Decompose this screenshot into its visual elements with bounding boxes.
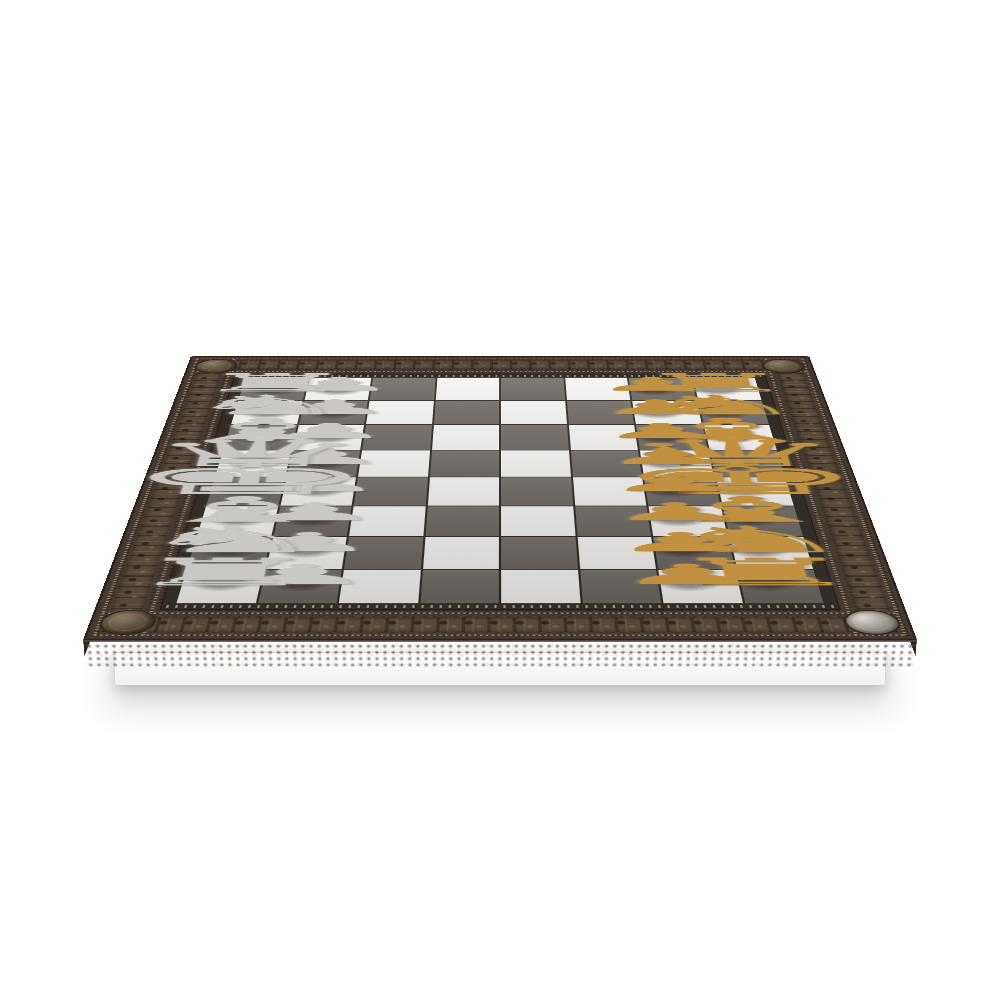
inner-bead-border-bottom xyxy=(102,612,898,614)
square-c5 xyxy=(501,425,568,450)
square-h3 xyxy=(339,569,421,603)
square-g5 xyxy=(501,537,577,569)
square-c4 xyxy=(432,425,499,450)
square-g4 xyxy=(423,537,499,569)
square-h1 xyxy=(176,569,263,603)
square-h8 xyxy=(737,569,824,603)
square-h7 xyxy=(658,569,742,603)
square-b5 xyxy=(501,401,567,424)
relief-frieze-front xyxy=(102,618,898,633)
square-d5 xyxy=(501,450,570,476)
square-e5 xyxy=(501,477,573,505)
square-a4 xyxy=(435,378,499,400)
square-h5 xyxy=(501,569,580,603)
outer-bead-border-top xyxy=(197,358,803,359)
square-h2 xyxy=(258,569,342,603)
square-d4 xyxy=(430,450,499,476)
product-photo: ♜♞♝♛♚♝♞♜♟♟♟♟♟♟♟♟♟♟♟♟♟♟♟♟♜♞♝♛♚♝♞♜ xyxy=(0,0,1000,1000)
square-a5 xyxy=(501,378,565,400)
outer-bead-border-bottom xyxy=(94,634,906,636)
square-h4 xyxy=(420,569,499,603)
greek-inscription-band-front xyxy=(166,605,834,608)
board-front-edge xyxy=(83,640,917,667)
square-f5 xyxy=(501,506,575,536)
square-f3 xyxy=(349,506,425,536)
square-h6 xyxy=(580,569,662,603)
chess-scene: ♜♞♝♛♚♝♞♜♟♟♟♟♟♟♟♟♟♟♟♟♟♟♟♟♜♞♝♛♚♝♞♜ xyxy=(0,0,1000,1000)
square-f6 xyxy=(575,506,651,536)
square-e4 xyxy=(427,477,499,505)
square-g3 xyxy=(344,537,423,569)
chess-board: ♜♞♝♛♚♝♞♜♟♟♟♟♟♟♟♟♟♟♟♟♟♟♟♟♜♞♝♛♚♝♞♜ xyxy=(83,356,917,639)
square-g6 xyxy=(577,537,656,569)
square-b4 xyxy=(434,401,500,424)
square-f4 xyxy=(425,506,499,536)
